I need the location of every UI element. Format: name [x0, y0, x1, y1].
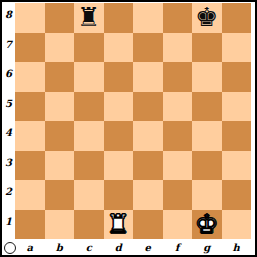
piece-white-rook-d1[interactable]: ♜ [104, 210, 134, 240]
square-c6[interactable] [74, 62, 104, 92]
white-to-move-indicator [4, 242, 16, 254]
square-f3[interactable] [163, 151, 193, 181]
square-h5[interactable] [222, 92, 252, 122]
rank-label-2: 2 [2, 184, 15, 200]
file-label-d: d [104, 241, 134, 255]
piece-black-king-g8[interactable]: ♚ [192, 3, 222, 33]
square-c3[interactable] [74, 151, 104, 181]
square-g5[interactable] [192, 92, 222, 122]
square-e5[interactable] [133, 92, 163, 122]
square-h4[interactable] [222, 121, 252, 151]
square-e7[interactable] [133, 33, 163, 63]
square-g7[interactable] [192, 33, 222, 63]
square-b6[interactable] [45, 62, 75, 92]
square-b4[interactable] [45, 121, 75, 151]
square-a7[interactable] [15, 33, 45, 63]
square-f5[interactable] [163, 92, 193, 122]
square-d2[interactable] [104, 180, 134, 210]
square-h1[interactable] [222, 210, 252, 240]
square-c2[interactable] [74, 180, 104, 210]
square-d8[interactable] [104, 3, 134, 33]
piece-white-king-g1[interactable]: ♚ [192, 210, 222, 240]
square-h8[interactable] [222, 3, 252, 33]
rank-label-6: 6 [2, 66, 15, 82]
square-f4[interactable] [163, 121, 193, 151]
square-c5[interactable] [74, 92, 104, 122]
square-c1[interactable] [74, 210, 104, 240]
square-b8[interactable] [45, 3, 75, 33]
file-label-g: g [192, 241, 222, 255]
rank-label-8: 8 [2, 7, 15, 23]
square-b5[interactable] [45, 92, 75, 122]
rank-label-4: 4 [2, 125, 15, 141]
file-label-a: a [15, 241, 45, 255]
square-g1[interactable]: ♚ [192, 210, 222, 240]
square-h2[interactable] [222, 180, 252, 210]
square-a5[interactable] [15, 92, 45, 122]
square-c7[interactable] [74, 33, 104, 63]
square-e8[interactable] [133, 3, 163, 33]
square-d6[interactable] [104, 62, 134, 92]
square-b7[interactable] [45, 33, 75, 63]
square-f6[interactable] [163, 62, 193, 92]
square-g2[interactable] [192, 180, 222, 210]
square-f2[interactable] [163, 180, 193, 210]
chess-board: ♜♚♜♚ [15, 3, 251, 239]
rank-label-1: 1 [2, 214, 15, 230]
rank-label-7: 7 [2, 37, 15, 53]
square-h6[interactable] [222, 62, 252, 92]
square-d4[interactable] [104, 121, 134, 151]
square-a4[interactable] [15, 121, 45, 151]
square-g6[interactable] [192, 62, 222, 92]
square-a2[interactable] [15, 180, 45, 210]
file-label-h: h [222, 241, 252, 255]
square-c4[interactable] [74, 121, 104, 151]
square-e6[interactable] [133, 62, 163, 92]
square-h7[interactable] [222, 33, 252, 63]
square-g3[interactable] [192, 151, 222, 181]
square-e2[interactable] [133, 180, 163, 210]
square-g4[interactable] [192, 121, 222, 151]
square-f7[interactable] [163, 33, 193, 63]
square-b2[interactable] [45, 180, 75, 210]
square-f8[interactable] [163, 3, 193, 33]
square-a8[interactable] [15, 3, 45, 33]
square-e4[interactable] [133, 121, 163, 151]
square-c8[interactable]: ♜ [74, 3, 104, 33]
square-e3[interactable] [133, 151, 163, 181]
square-a6[interactable] [15, 62, 45, 92]
square-g8[interactable]: ♚ [192, 3, 222, 33]
square-d3[interactable] [104, 151, 134, 181]
square-h3[interactable] [222, 151, 252, 181]
file-label-c: c [74, 241, 104, 255]
square-a3[interactable] [15, 151, 45, 181]
square-f1[interactable] [163, 210, 193, 240]
piece-black-rook-c8[interactable]: ♜ [74, 3, 104, 33]
square-e1[interactable] [133, 210, 163, 240]
rank-label-5: 5 [2, 96, 15, 112]
chess-diagram: ♜♚♜♚ 87654321 abcdefgh [0, 0, 257, 257]
rank-label-3: 3 [2, 155, 15, 171]
square-b3[interactable] [45, 151, 75, 181]
square-d5[interactable] [104, 92, 134, 122]
file-label-f: f [163, 241, 193, 255]
square-d1[interactable]: ♜ [104, 210, 134, 240]
file-label-e: e [133, 241, 163, 255]
square-d7[interactable] [104, 33, 134, 63]
square-a1[interactable] [15, 210, 45, 240]
square-b1[interactable] [45, 210, 75, 240]
file-label-b: b [45, 241, 75, 255]
